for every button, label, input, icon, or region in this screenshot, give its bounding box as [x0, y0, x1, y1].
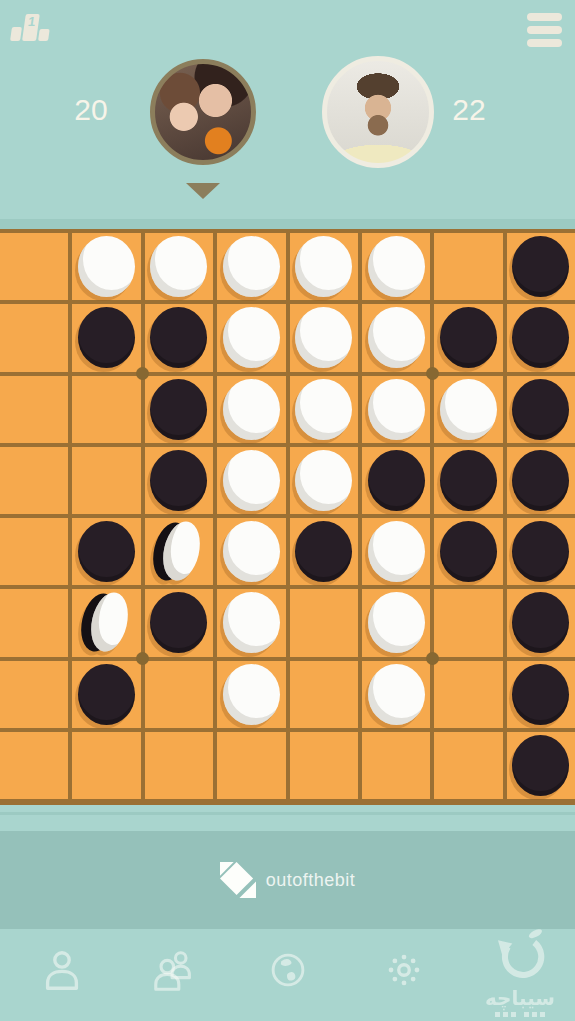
star-point-icon — [426, 652, 439, 665]
white-disc — [295, 307, 352, 368]
board — [0, 229, 575, 805]
white-disc — [368, 521, 425, 582]
cell-g7[interactable] — [434, 661, 502, 728]
cell-f6[interactable] — [362, 589, 430, 656]
cell-b6[interactable] — [72, 589, 140, 656]
black-disc — [512, 450, 569, 511]
cell-d5[interactable] — [217, 518, 285, 585]
white-disc — [223, 664, 280, 725]
white-disc — [368, 592, 425, 653]
online-play-button[interactable] — [264, 946, 312, 994]
cell-h5[interactable] — [507, 518, 575, 585]
cell-b1[interactable] — [72, 233, 140, 300]
white-disc — [223, 307, 280, 368]
cell-a8[interactable] — [0, 732, 68, 799]
black-disc — [440, 521, 497, 582]
outofthebit-logo-icon — [220, 862, 256, 898]
cell-a7[interactable] — [0, 661, 68, 728]
player-right-avatar[interactable] — [322, 56, 434, 168]
white-disc — [295, 236, 352, 297]
leaderboard-button[interactable]: 1 — [10, 13, 52, 41]
cell-e8[interactable] — [290, 732, 358, 799]
cell-c3[interactable] — [145, 376, 213, 443]
board-bottom-strip — [0, 812, 575, 815]
cell-h6[interactable] — [507, 589, 575, 656]
cell-h7[interactable] — [507, 661, 575, 728]
cell-b3[interactable] — [72, 376, 140, 443]
white-disc — [78, 236, 135, 297]
cell-c8[interactable] — [145, 732, 213, 799]
cell-d8[interactable] — [217, 732, 285, 799]
globe-icon — [264, 946, 312, 994]
settings-button[interactable] — [380, 946, 428, 994]
black-disc — [512, 307, 569, 368]
cell-f3[interactable] — [362, 376, 430, 443]
cell-e3[interactable] — [290, 376, 358, 443]
cell-c7[interactable] — [145, 661, 213, 728]
black-disc — [440, 307, 497, 368]
black-disc — [150, 307, 207, 368]
black-disc — [78, 664, 135, 725]
cell-f1[interactable] — [362, 233, 430, 300]
cell-g2[interactable] — [434, 304, 502, 371]
cell-h3[interactable] — [507, 376, 575, 443]
cell-e1[interactable] — [290, 233, 358, 300]
white-disc — [368, 379, 425, 440]
cell-c5[interactable] — [145, 518, 213, 585]
cell-e2[interactable] — [290, 304, 358, 371]
black-disc — [512, 735, 569, 796]
cell-f5[interactable] — [362, 518, 430, 585]
cell-b2[interactable] — [72, 304, 140, 371]
cell-f4[interactable] — [362, 447, 430, 514]
cell-d4[interactable] — [217, 447, 285, 514]
black-disc — [78, 307, 135, 368]
cell-g1[interactable] — [434, 233, 502, 300]
apple-arrow-icon — [487, 928, 553, 990]
white-disc — [223, 379, 280, 440]
cell-d6[interactable] — [217, 589, 285, 656]
cell-b5[interactable] — [72, 518, 140, 585]
brand-name: outofthebit — [266, 870, 356, 891]
player-left-score: 20 — [56, 93, 126, 127]
cell-c6[interactable] — [145, 589, 213, 656]
cell-c1[interactable] — [145, 233, 213, 300]
white-disc — [150, 236, 207, 297]
cell-f8[interactable] — [362, 732, 430, 799]
black-disc — [512, 521, 569, 582]
two-players-button[interactable] — [150, 946, 198, 994]
cell-d2[interactable] — [217, 304, 285, 371]
toolbar: سیباچه — [0, 929, 575, 1021]
cell-e6[interactable] — [290, 589, 358, 656]
header-shadow-strip — [0, 219, 575, 229]
black-disc — [150, 379, 207, 440]
turn-indicator-icon — [186, 183, 220, 199]
podium-rank-label: 1 — [27, 14, 36, 29]
cell-d7[interactable] — [217, 661, 285, 728]
white-disc — [223, 592, 280, 653]
cell-b8[interactable] — [72, 732, 140, 799]
white-disc — [223, 450, 280, 511]
white-disc — [368, 664, 425, 725]
black-disc — [78, 521, 135, 582]
black-disc — [440, 450, 497, 511]
cell-h8[interactable] — [507, 732, 575, 799]
player-right-score: 22 — [434, 93, 504, 127]
star-point-icon — [136, 367, 149, 380]
cell-e7[interactable] — [290, 661, 358, 728]
cell-h4[interactable] — [507, 447, 575, 514]
white-disc — [295, 450, 352, 511]
cell-a1[interactable] — [0, 233, 68, 300]
cell-g3[interactable] — [434, 376, 502, 443]
white-disc — [440, 379, 497, 440]
menu-button[interactable] — [527, 13, 562, 47]
app-screen: 1 20 22 outofthebit — [0, 0, 575, 1021]
cell-h2[interactable] — [507, 304, 575, 371]
white-disc — [295, 379, 352, 440]
black-disc — [295, 521, 352, 582]
cell-g5[interactable] — [434, 518, 502, 585]
flipping-disc — [78, 592, 135, 653]
white-disc — [368, 236, 425, 297]
brand-band: outofthebit — [0, 831, 575, 929]
cell-h1[interactable] — [507, 233, 575, 300]
cell-e4[interactable] — [290, 447, 358, 514]
cell-a3[interactable] — [0, 376, 68, 443]
black-disc — [512, 379, 569, 440]
black-disc — [150, 450, 207, 511]
cell-c2[interactable] — [145, 304, 213, 371]
white-disc — [223, 236, 280, 297]
cell-f2[interactable] — [362, 304, 430, 371]
star-point-icon — [426, 367, 439, 380]
cell-a2[interactable] — [0, 304, 68, 371]
cell-d3[interactable] — [217, 376, 285, 443]
sun-settings-icon — [380, 946, 428, 994]
cell-a5[interactable] — [0, 518, 68, 585]
star-point-icon — [136, 652, 149, 665]
black-disc — [512, 592, 569, 653]
black-disc — [150, 592, 207, 653]
cell-a4[interactable] — [0, 447, 68, 514]
cell-c4[interactable] — [145, 447, 213, 514]
cell-a6[interactable] — [0, 589, 68, 656]
cell-b4[interactable] — [72, 447, 140, 514]
cell-f7[interactable] — [362, 661, 430, 728]
black-disc — [512, 664, 569, 725]
black-disc — [368, 450, 425, 511]
podium-bar-first: 1 — [22, 14, 40, 41]
watermark-dots — [470, 1012, 570, 1017]
cell-b7[interactable] — [72, 661, 140, 728]
person-icon — [38, 946, 86, 994]
flipping-disc — [150, 521, 207, 582]
cell-e5[interactable] — [290, 518, 358, 585]
white-disc — [368, 307, 425, 368]
two-people-icon — [150, 946, 198, 994]
white-disc — [223, 521, 280, 582]
cell-g8[interactable] — [434, 732, 502, 799]
podium-bar-right — [38, 29, 50, 41]
store-watermark: سیباچه — [470, 928, 570, 1017]
cell-g4[interactable] — [434, 447, 502, 514]
cell-g6[interactable] — [434, 589, 502, 656]
watermark-text: سیباچه — [470, 988, 570, 1008]
single-player-button[interactable] — [38, 946, 86, 994]
player-left-avatar[interactable] — [150, 59, 256, 165]
black-disc — [512, 236, 569, 297]
podium-bar-left — [10, 27, 22, 41]
cell-d1[interactable] — [217, 233, 285, 300]
